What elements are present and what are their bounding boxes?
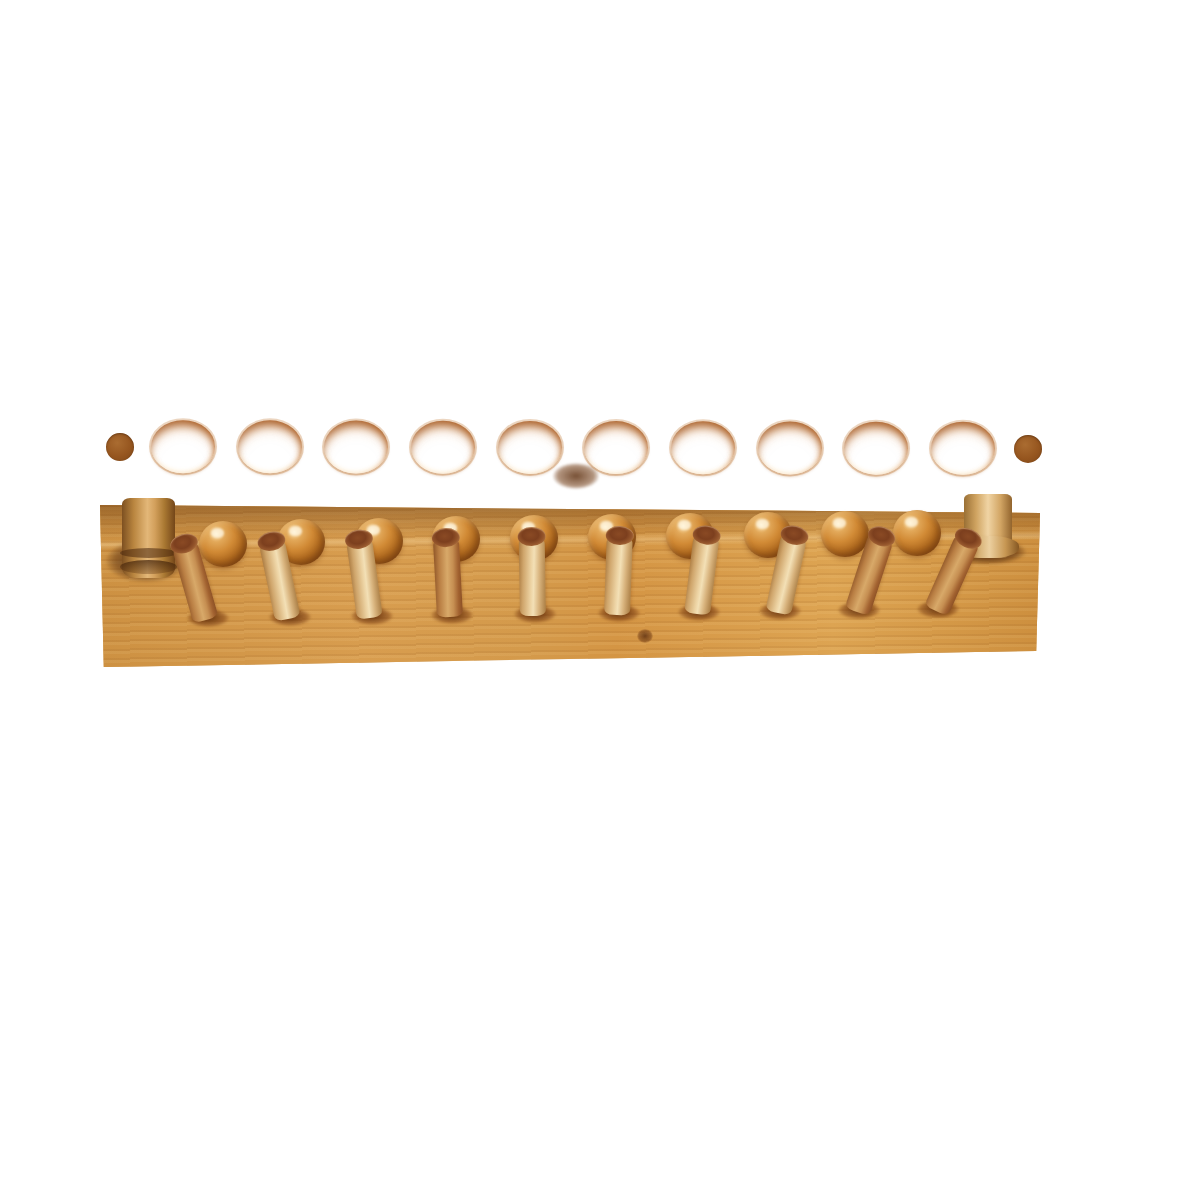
- tube-hole: [498, 421, 562, 474]
- drying-peg: [433, 536, 463, 617]
- knob-highlight: [833, 518, 845, 527]
- post-turned-ring: [120, 548, 177, 558]
- peg-top-cap: [605, 526, 634, 546]
- tube-hole: [671, 421, 735, 474]
- support-post-left: [122, 498, 175, 578]
- top-bar: [64, 407, 1082, 501]
- tube-hole: [151, 420, 215, 473]
- wood-knot: [637, 629, 653, 643]
- varnish-knob: [821, 511, 869, 557]
- tube-hole: [238, 420, 302, 473]
- tube-hole: [844, 422, 908, 475]
- knob-highlight: [905, 517, 917, 526]
- peg-top-cap: [431, 527, 460, 547]
- wood-knot: [553, 463, 599, 489]
- tube-hole: [758, 421, 822, 474]
- knob-highlight: [678, 520, 690, 529]
- drying-peg: [519, 536, 546, 616]
- plank-front-face: [96, 638, 1055, 672]
- drying-peg: [604, 535, 633, 616]
- tube-hole: [324, 420, 388, 473]
- dowel-plug: [106, 433, 134, 461]
- tube-hole: [584, 421, 648, 474]
- varnish-knob: [199, 521, 247, 567]
- tube-hole: [411, 421, 475, 474]
- post-turned-ring: [120, 560, 177, 574]
- dowel-plug: [1014, 435, 1042, 463]
- varnish-knob: [893, 510, 941, 556]
- knob-highlight: [211, 528, 223, 537]
- knob-highlight: [289, 526, 301, 535]
- tube-hole: [931, 422, 995, 475]
- product-photo: [0, 0, 1200, 1200]
- knob-highlight: [756, 519, 768, 528]
- peg-top-cap: [517, 527, 545, 546]
